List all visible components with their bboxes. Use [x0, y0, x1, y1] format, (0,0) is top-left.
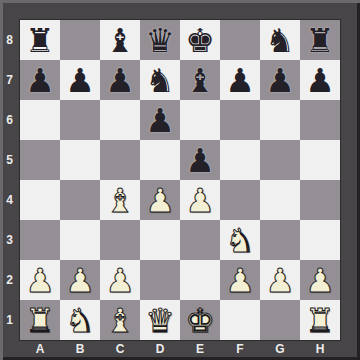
- piece-black-queen[interactable]: ♛: [145, 24, 175, 57]
- square-b4[interactable]: [60, 180, 100, 220]
- square-h6[interactable]: [300, 100, 340, 140]
- file-label-g: G: [260, 340, 300, 358]
- square-e7[interactable]: ♝: [180, 60, 220, 100]
- square-e1[interactable]: ♚: [180, 300, 220, 340]
- square-f7[interactable]: ♟: [220, 60, 260, 100]
- square-d5[interactable]: [140, 140, 180, 180]
- square-h5[interactable]: [300, 140, 340, 180]
- square-f5[interactable]: [220, 140, 260, 180]
- square-e5[interactable]: ♟: [180, 140, 220, 180]
- piece-black-rook[interactable]: ♜: [305, 24, 335, 57]
- square-b2[interactable]: ♟: [60, 260, 100, 300]
- file-label-b: B: [60, 340, 100, 358]
- square-c7[interactable]: ♟: [100, 60, 140, 100]
- piece-black-pawn[interactable]: ♟: [145, 104, 175, 137]
- square-a6[interactable]: [20, 100, 60, 140]
- piece-black-king[interactable]: ♚: [185, 24, 215, 57]
- square-g6[interactable]: [260, 100, 300, 140]
- piece-black-pawn[interactable]: ♟: [65, 64, 95, 97]
- rank-labels: 87654321: [0, 20, 19, 340]
- piece-white-pawn[interactable]: ♟: [265, 264, 295, 297]
- piece-white-pawn[interactable]: ♟: [225, 264, 255, 297]
- square-d6[interactable]: ♟: [140, 100, 180, 140]
- square-g3[interactable]: [260, 220, 300, 260]
- square-c4[interactable]: ♝: [100, 180, 140, 220]
- square-a5[interactable]: [20, 140, 60, 180]
- square-d8[interactable]: ♛: [140, 20, 180, 60]
- square-c2[interactable]: ♟: [100, 260, 140, 300]
- piece-white-pawn[interactable]: ♟: [105, 264, 135, 297]
- file-label-h: H: [300, 340, 340, 358]
- square-g4[interactable]: [260, 180, 300, 220]
- square-c8[interactable]: ♝: [100, 20, 140, 60]
- square-f1[interactable]: [220, 300, 260, 340]
- square-a2[interactable]: ♟: [20, 260, 60, 300]
- piece-white-king[interactable]: ♚: [185, 304, 215, 337]
- piece-white-rook[interactable]: ♜: [25, 304, 55, 337]
- piece-black-pawn[interactable]: ♟: [265, 64, 295, 97]
- square-e8[interactable]: ♚: [180, 20, 220, 60]
- piece-black-knight[interactable]: ♞: [265, 24, 295, 57]
- square-e6[interactable]: [180, 100, 220, 140]
- square-a8[interactable]: ♜: [20, 20, 60, 60]
- square-b6[interactable]: [60, 100, 100, 140]
- square-h8[interactable]: ♜: [300, 20, 340, 60]
- piece-black-pawn[interactable]: ♟: [185, 144, 215, 177]
- square-b5[interactable]: [60, 140, 100, 180]
- square-f2[interactable]: ♟: [220, 260, 260, 300]
- square-b1[interactable]: ♞: [60, 300, 100, 340]
- file-label-a: A: [20, 340, 60, 358]
- square-g5[interactable]: [260, 140, 300, 180]
- square-d2[interactable]: [140, 260, 180, 300]
- piece-black-pawn[interactable]: ♟: [105, 64, 135, 97]
- piece-white-pawn[interactable]: ♟: [145, 184, 175, 217]
- rank-label-7: 7: [0, 60, 19, 100]
- rank-label-3: 3: [0, 220, 19, 260]
- file-label-d: D: [140, 340, 180, 358]
- rank-label-8: 8: [0, 20, 19, 60]
- piece-black-bishop[interactable]: ♝: [105, 24, 135, 57]
- square-h4[interactable]: [300, 180, 340, 220]
- piece-white-queen[interactable]: ♛: [145, 304, 175, 337]
- piece-black-bishop[interactable]: ♝: [185, 64, 215, 97]
- square-f4[interactable]: [220, 180, 260, 220]
- square-h7[interactable]: ♟: [300, 60, 340, 100]
- square-d1[interactable]: ♛: [140, 300, 180, 340]
- square-g7[interactable]: ♟: [260, 60, 300, 100]
- square-h1[interactable]: ♜: [300, 300, 340, 340]
- piece-white-rook[interactable]: ♜: [305, 304, 335, 337]
- piece-black-knight[interactable]: ♞: [145, 64, 175, 97]
- square-e2[interactable]: [180, 260, 220, 300]
- piece-white-knight[interactable]: ♞: [65, 304, 95, 337]
- square-e3[interactable]: [180, 220, 220, 260]
- square-d3[interactable]: [140, 220, 180, 260]
- piece-white-bishop[interactable]: ♝: [105, 304, 135, 337]
- rank-label-2: 2: [0, 260, 19, 300]
- piece-white-bishop[interactable]: ♝: [105, 184, 135, 217]
- square-c5[interactable]: [100, 140, 140, 180]
- square-f8[interactable]: [220, 20, 260, 60]
- rank-label-1: 1: [0, 300, 19, 340]
- rank-label-6: 6: [0, 100, 19, 140]
- square-g2[interactable]: ♟: [260, 260, 300, 300]
- piece-white-pawn[interactable]: ♟: [305, 264, 335, 297]
- square-b3[interactable]: [60, 220, 100, 260]
- square-f6[interactable]: [220, 100, 260, 140]
- square-d4[interactable]: ♟: [140, 180, 180, 220]
- square-c1[interactable]: ♝: [100, 300, 140, 340]
- square-g1[interactable]: [260, 300, 300, 340]
- piece-black-pawn[interactable]: ♟: [225, 64, 255, 97]
- square-a7[interactable]: ♟: [20, 60, 60, 100]
- piece-white-pawn[interactable]: ♟: [25, 264, 55, 297]
- square-e4[interactable]: ♟: [180, 180, 220, 220]
- square-a3[interactable]: [20, 220, 60, 260]
- square-h2[interactable]: ♟: [300, 260, 340, 300]
- piece-black-pawn[interactable]: ♟: [305, 64, 335, 97]
- file-label-c: C: [100, 340, 140, 358]
- piece-black-rook[interactable]: ♜: [25, 24, 55, 57]
- piece-black-pawn[interactable]: ♟: [25, 64, 55, 97]
- rank-label-4: 4: [0, 180, 19, 220]
- board: ♜♝♛♚♞♜♟♟♟♞♝♟♟♟♟♟♝♟♟♞♟♟♟♟♟♟♜♞♝♛♚♜: [19, 19, 341, 341]
- square-a1[interactable]: ♜: [20, 300, 60, 340]
- piece-white-knight[interactable]: ♞: [225, 224, 255, 257]
- square-a4[interactable]: [20, 180, 60, 220]
- square-g8[interactable]: ♞: [260, 20, 300, 60]
- file-labels: ABCDEFGH: [20, 340, 340, 360]
- square-c3[interactable]: [100, 220, 140, 260]
- chess-board-frame: 87654321 ♜♝♛♚♞♜♟♟♟♞♝♟♟♟♟♟♝♟♟♞♟♟♟♟♟♟♜♞♝♛♚…: [0, 0, 360, 360]
- file-label-e: E: [180, 340, 220, 358]
- square-d7[interactable]: ♞: [140, 60, 180, 100]
- square-h3[interactable]: [300, 220, 340, 260]
- rank-label-5: 5: [0, 140, 19, 180]
- square-b7[interactable]: ♟: [60, 60, 100, 100]
- square-f3[interactable]: ♞: [220, 220, 260, 260]
- file-label-f: F: [220, 340, 260, 358]
- piece-white-pawn[interactable]: ♟: [65, 264, 95, 297]
- square-c6[interactable]: [100, 100, 140, 140]
- square-b8[interactable]: [60, 20, 100, 60]
- piece-white-pawn[interactable]: ♟: [185, 184, 215, 217]
